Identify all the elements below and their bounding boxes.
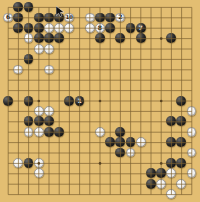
- white-stone[interactable]: [136, 137, 146, 147]
- black-stone[interactable]: [115, 148, 125, 158]
- black-stone[interactable]: [105, 137, 115, 147]
- black-stone[interactable]: [24, 2, 34, 12]
- board-point-12-14[interactable]: [115, 137, 125, 147]
- black-stone[interactable]: [13, 13, 23, 23]
- white-stone[interactable]: [187, 106, 197, 116]
- black-stone[interactable]: [95, 33, 105, 43]
- white-stone[interactable]: [13, 158, 23, 168]
- board-point-12-2[interactable]: 2: [115, 13, 125, 23]
- black-stone[interactable]: [34, 23, 44, 33]
- white-stone[interactable]: [166, 189, 176, 199]
- board-point-2-7[interactable]: [13, 65, 23, 75]
- white-stone[interactable]: 2: [115, 13, 125, 23]
- white-stone[interactable]: [166, 168, 176, 178]
- black-stone[interactable]: [24, 158, 34, 168]
- white-stone[interactable]: [126, 148, 136, 158]
- black-stone[interactable]: [34, 13, 44, 23]
- black-stone[interactable]: [44, 13, 54, 23]
- black-stone[interactable]: [54, 127, 64, 137]
- go-app-window: 6102871: [0, 0, 200, 202]
- move-number-label: 8: [98, 25, 102, 31]
- black-stone[interactable]: [3, 96, 13, 106]
- board-point-16-18[interactable]: [156, 179, 166, 189]
- black-stone[interactable]: [105, 23, 115, 33]
- black-stone[interactable]: [156, 168, 166, 178]
- white-stone[interactable]: [34, 158, 44, 168]
- board-point-4-12[interactable]: [34, 116, 44, 126]
- black-stone[interactable]: [166, 158, 176, 168]
- black-stone[interactable]: [44, 127, 54, 137]
- board-point-3-16[interactable]: [23, 158, 33, 168]
- white-stone[interactable]: [34, 106, 44, 116]
- board-point-17-19[interactable]: [166, 189, 176, 199]
- board-point-10-4[interactable]: [95, 33, 105, 43]
- white-stone[interactable]: [44, 106, 54, 116]
- black-stone[interactable]: [166, 33, 176, 43]
- black-stone[interactable]: 1: [75, 96, 85, 106]
- board-point-19-15[interactable]: [186, 148, 196, 158]
- move-number-label: 6: [6, 14, 10, 20]
- black-stone[interactable]: [64, 96, 74, 106]
- board-point-3-10[interactable]: [23, 96, 33, 106]
- board-point-10-2[interactable]: [95, 13, 105, 23]
- move-number-label: 10: [66, 14, 73, 20]
- black-stone[interactable]: [24, 116, 34, 126]
- board-point-17-16[interactable]: [166, 158, 176, 168]
- board-point-7-2[interactable]: 10: [64, 13, 74, 23]
- black-stone[interactable]: [13, 2, 23, 12]
- board-point-16-17[interactable]: [156, 168, 166, 178]
- move-number-label: 2: [118, 14, 122, 20]
- move-number-label: 7: [139, 25, 143, 31]
- board-point-12-4[interactable]: [115, 33, 125, 43]
- black-stone[interactable]: [44, 33, 54, 43]
- board-point-6-13[interactable]: [54, 127, 64, 137]
- black-stone[interactable]: [13, 23, 23, 33]
- board-point-4-17[interactable]: [34, 168, 44, 178]
- board-point-2-3[interactable]: [13, 23, 23, 33]
- white-stone[interactable]: [187, 148, 197, 158]
- board-point-4-11[interactable]: [34, 106, 44, 116]
- board-point-3-12[interactable]: [23, 116, 33, 126]
- black-stone[interactable]: [44, 116, 54, 126]
- black-stone[interactable]: [95, 13, 105, 23]
- board-point-5-7[interactable]: [44, 65, 54, 75]
- go-board[interactable]: 6102871: [0, 0, 200, 202]
- move-number-label: 1: [77, 98, 81, 104]
- board-point-12-13[interactable]: [115, 127, 125, 137]
- black-stone[interactable]: [34, 33, 44, 43]
- board-point-5-3[interactable]: [44, 23, 54, 33]
- board-point-17-14[interactable]: [166, 137, 176, 147]
- board-point-5-11[interactable]: [44, 106, 54, 116]
- board-point-18-12[interactable]: [176, 116, 186, 126]
- board-point-9-3[interactable]: [85, 23, 95, 33]
- black-stone[interactable]: [136, 33, 146, 43]
- board-point-11-3[interactable]: [105, 23, 115, 33]
- board-point-6-2[interactable]: [54, 13, 64, 23]
- board-point-10-3[interactable]: 8: [95, 23, 105, 33]
- white-stone[interactable]: [44, 65, 54, 75]
- board-point-3-3[interactable]: [23, 23, 33, 33]
- board-point-17-4[interactable]: [166, 33, 176, 43]
- board-point-6-4[interactable]: [54, 33, 64, 43]
- board-point-5-12[interactable]: [44, 116, 54, 126]
- board-point-17-17[interactable]: [166, 168, 176, 178]
- board-point-14-14[interactable]: [136, 137, 146, 147]
- board-point-1-2[interactable]: 6: [3, 13, 13, 23]
- board-point-4-13[interactable]: [34, 127, 44, 137]
- white-stone[interactable]: 6: [3, 13, 13, 23]
- black-stone[interactable]: [176, 116, 186, 126]
- black-stone[interactable]: [24, 54, 34, 64]
- black-stone[interactable]: [176, 96, 186, 106]
- board-point-2-2[interactable]: [13, 13, 23, 23]
- white-stone[interactable]: [187, 127, 197, 137]
- board-point-13-15[interactable]: [125, 148, 135, 158]
- white-stone[interactable]: [44, 44, 54, 54]
- board-point-3-6[interactable]: [23, 54, 33, 64]
- board-point-13-14[interactable]: [125, 137, 135, 147]
- board-point-4-3[interactable]: [34, 23, 44, 33]
- white-stone[interactable]: 8: [95, 23, 105, 33]
- white-stone[interactable]: [64, 23, 74, 33]
- board-point-3-4[interactable]: [23, 33, 33, 43]
- board-point-19-17[interactable]: [186, 168, 196, 178]
- board-point-12-15[interactable]: [115, 148, 125, 158]
- black-stone[interactable]: [105, 13, 115, 23]
- board-point-5-5[interactable]: [44, 44, 54, 54]
- white-stone[interactable]: [24, 127, 34, 137]
- board-point-18-10[interactable]: [176, 96, 186, 106]
- board-point-4-4[interactable]: [34, 33, 44, 43]
- board-point-15-17[interactable]: [146, 168, 156, 178]
- white-stone[interactable]: [156, 179, 166, 189]
- black-stone[interactable]: [146, 179, 156, 189]
- board-point-14-3[interactable]: 7: [136, 23, 146, 33]
- white-stone[interactable]: [176, 179, 186, 189]
- white-stone[interactable]: [95, 127, 105, 137]
- black-stone[interactable]: [24, 96, 34, 106]
- black-stone[interactable]: [126, 23, 136, 33]
- board-point-8-10[interactable]: 1: [74, 96, 84, 106]
- white-stone[interactable]: [34, 127, 44, 137]
- board-point-2-16[interactable]: [13, 158, 23, 168]
- board-point-1-10[interactable]: [3, 96, 13, 106]
- black-stone[interactable]: [54, 13, 64, 23]
- white-stone[interactable]: [85, 23, 95, 33]
- white-stone[interactable]: [54, 23, 64, 33]
- white-stone[interactable]: [13, 65, 23, 75]
- board-point-11-2[interactable]: [105, 13, 115, 23]
- board-point-2-1[interactable]: [13, 2, 23, 12]
- board-point-17-12[interactable]: [166, 116, 176, 126]
- black-stone[interactable]: [34, 116, 44, 126]
- board-point-18-14[interactable]: [176, 137, 186, 147]
- board-point-9-2[interactable]: [85, 13, 95, 23]
- black-stone[interactable]: [166, 137, 176, 147]
- board-point-4-2[interactable]: [34, 13, 44, 23]
- board-point-4-16[interactable]: [34, 158, 44, 168]
- board-point-4-5[interactable]: [34, 44, 44, 54]
- black-stone[interactable]: 7: [136, 23, 146, 33]
- board-point-3-13[interactable]: [23, 127, 33, 137]
- board-point-14-4[interactable]: [136, 33, 146, 43]
- board-point-10-13[interactable]: [95, 127, 105, 137]
- black-stone[interactable]: [54, 33, 64, 43]
- board-point-5-13[interactable]: [44, 127, 54, 137]
- black-stone[interactable]: [166, 116, 176, 126]
- black-stone[interactable]: [176, 137, 186, 147]
- board-point-5-2[interactable]: [44, 13, 54, 23]
- white-stone[interactable]: 10: [64, 13, 74, 23]
- white-stone[interactable]: [44, 23, 54, 33]
- board-point-6-3[interactable]: [54, 23, 64, 33]
- board-point-3-1[interactable]: [23, 2, 33, 12]
- white-stone[interactable]: [34, 168, 44, 178]
- white-stone[interactable]: [187, 168, 197, 178]
- black-stone[interactable]: [115, 33, 125, 43]
- board-point-7-3[interactable]: [64, 23, 74, 33]
- board-point-13-3[interactable]: [125, 23, 135, 33]
- white-stone[interactable]: [24, 33, 34, 43]
- white-stone[interactable]: [34, 44, 44, 54]
- black-stone[interactable]: [126, 137, 136, 147]
- board-point-19-13[interactable]: [186, 127, 196, 137]
- black-stone[interactable]: [146, 168, 156, 178]
- black-stone[interactable]: [176, 158, 186, 168]
- white-stone[interactable]: [85, 13, 95, 23]
- board-point-18-16[interactable]: [176, 158, 186, 168]
- board-point-18-18[interactable]: [176, 179, 186, 189]
- board-point-15-18[interactable]: [146, 179, 156, 189]
- board-point-5-4[interactable]: [44, 33, 54, 43]
- board-point-11-14[interactable]: [105, 137, 115, 147]
- board-point-19-11[interactable]: [186, 106, 196, 116]
- black-stone[interactable]: [115, 137, 125, 147]
- board-point-7-10[interactable]: [64, 96, 74, 106]
- black-stone[interactable]: [24, 23, 34, 33]
- black-stone[interactable]: [115, 127, 125, 137]
